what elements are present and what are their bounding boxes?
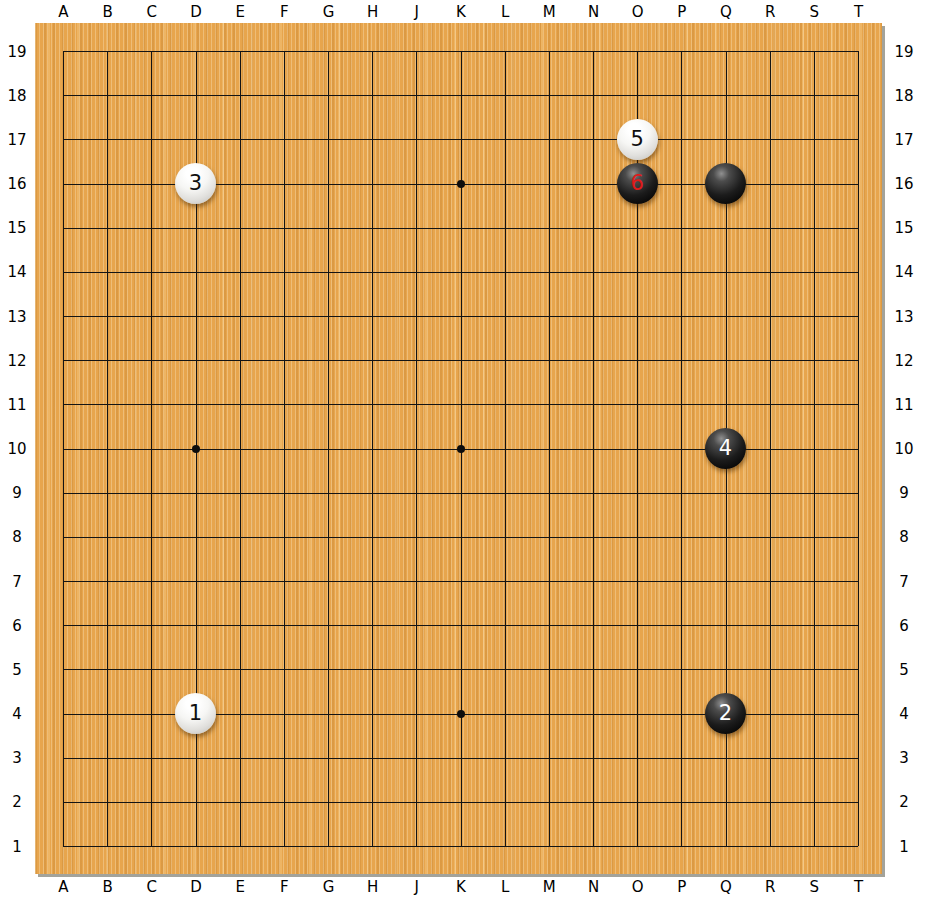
column-label-top-L: L <box>490 3 520 21</box>
column-label-bottom-F: F <box>269 878 299 896</box>
column-label-bottom-G: G <box>314 878 344 896</box>
stone-black-Q16[interactable] <box>705 163 746 204</box>
star-point-D10 <box>192 445 200 453</box>
grid-line-vertical <box>770 51 771 846</box>
row-label-left-6: 6 <box>1 617 33 635</box>
row-label-left-10: 10 <box>1 440 33 458</box>
column-label-top-R: R <box>755 3 785 21</box>
column-label-bottom-P: P <box>667 878 697 896</box>
stone-black-O16-move-6[interactable]: 6 <box>617 163 658 204</box>
grid-line-horizontal <box>63 493 858 494</box>
grid-line-horizontal <box>63 537 858 538</box>
column-label-top-K: K <box>446 3 476 21</box>
go-board[interactable]: 123456 <box>35 23 882 874</box>
row-label-right-4: 4 <box>888 705 920 723</box>
stone-white-D4-move-1[interactable]: 1 <box>175 693 216 734</box>
column-label-bottom-N: N <box>579 878 609 896</box>
column-label-bottom-E: E <box>225 878 255 896</box>
row-label-right-14: 14 <box>888 263 920 281</box>
column-label-top-M: M <box>534 3 564 21</box>
row-label-left-18: 18 <box>1 87 33 105</box>
column-label-bottom-Q: Q <box>711 878 741 896</box>
row-label-right-10: 10 <box>888 440 920 458</box>
star-point-K10 <box>457 445 465 453</box>
column-label-bottom-M: M <box>534 878 564 896</box>
grid-line-vertical <box>549 51 550 846</box>
row-label-right-5: 5 <box>888 661 920 679</box>
grid-line-horizontal <box>63 758 858 759</box>
column-label-bottom-D: D <box>181 878 211 896</box>
stone-black-Q10-move-4[interactable]: 4 <box>705 428 746 469</box>
row-label-left-13: 13 <box>1 308 33 326</box>
star-point-K4 <box>457 710 465 718</box>
row-label-right-3: 3 <box>888 749 920 767</box>
row-label-right-7: 7 <box>888 573 920 591</box>
column-label-bottom-H: H <box>358 878 388 896</box>
row-label-left-15: 15 <box>1 219 33 237</box>
column-label-bottom-L: L <box>490 878 520 896</box>
column-label-top-J: J <box>402 3 432 21</box>
column-label-top-Q: Q <box>711 3 741 21</box>
row-label-left-5: 5 <box>1 661 33 679</box>
grid-line-horizontal <box>63 802 858 803</box>
column-label-top-F: F <box>269 3 299 21</box>
grid-line-vertical <box>858 51 859 846</box>
row-label-right-12: 12 <box>888 352 920 370</box>
row-label-left-19: 19 <box>1 43 33 61</box>
row-label-left-3: 3 <box>1 749 33 767</box>
column-label-bottom-S: S <box>799 878 829 896</box>
row-label-right-8: 8 <box>888 528 920 546</box>
grid-line-vertical <box>681 51 682 846</box>
column-label-top-T: T <box>844 3 874 21</box>
column-label-top-D: D <box>181 3 211 21</box>
column-label-top-O: O <box>623 3 653 21</box>
row-label-left-9: 9 <box>1 484 33 502</box>
column-label-top-B: B <box>93 3 123 21</box>
column-label-bottom-K: K <box>446 878 476 896</box>
row-label-left-16: 16 <box>1 175 33 193</box>
row-label-left-8: 8 <box>1 528 33 546</box>
column-label-bottom-O: O <box>623 878 653 896</box>
grid-line-horizontal <box>63 581 858 582</box>
column-label-top-C: C <box>137 3 167 21</box>
row-label-right-18: 18 <box>888 87 920 105</box>
column-label-top-S: S <box>799 3 829 21</box>
grid-line-vertical <box>814 51 815 846</box>
row-label-right-15: 15 <box>888 219 920 237</box>
row-label-left-11: 11 <box>1 396 33 414</box>
row-label-left-17: 17 <box>1 131 33 149</box>
row-label-right-16: 16 <box>888 175 920 193</box>
row-label-right-1: 1 <box>888 838 920 856</box>
row-label-left-1: 1 <box>1 838 33 856</box>
column-label-bottom-R: R <box>755 878 785 896</box>
grid-line-horizontal <box>63 846 858 847</box>
board-grid[interactable]: 123456 <box>63 51 858 846</box>
column-label-bottom-J: J <box>402 878 432 896</box>
go-diagram: 123456 AABBCCDDEEFFGGHHJJKKLLMMNNOOPPQQR… <box>0 0 943 899</box>
column-label-bottom-A: A <box>49 878 79 896</box>
row-label-left-7: 7 <box>1 573 33 591</box>
stone-white-D16-move-3[interactable]: 3 <box>175 163 216 204</box>
column-label-bottom-T: T <box>844 878 874 896</box>
stone-black-Q4-move-2[interactable]: 2 <box>705 693 746 734</box>
row-label-left-12: 12 <box>1 352 33 370</box>
column-label-top-A: A <box>49 3 79 21</box>
grid-line-vertical <box>593 51 594 846</box>
column-label-top-E: E <box>225 3 255 21</box>
grid-line-vertical <box>505 51 506 846</box>
row-label-right-9: 9 <box>888 484 920 502</box>
grid-line-horizontal <box>63 625 858 626</box>
row-label-right-6: 6 <box>888 617 920 635</box>
grid-line-horizontal <box>63 669 858 670</box>
column-label-top-P: P <box>667 3 697 21</box>
star-point-K16 <box>457 180 465 188</box>
row-label-right-2: 2 <box>888 793 920 811</box>
row-label-right-13: 13 <box>888 308 920 326</box>
stone-white-O17-move-5[interactable]: 5 <box>617 119 658 160</box>
row-label-right-11: 11 <box>888 396 920 414</box>
column-label-top-N: N <box>579 3 609 21</box>
row-label-left-14: 14 <box>1 263 33 281</box>
column-label-top-G: G <box>314 3 344 21</box>
row-label-right-17: 17 <box>888 131 920 149</box>
row-label-left-2: 2 <box>1 793 33 811</box>
column-label-bottom-B: B <box>93 878 123 896</box>
column-label-bottom-C: C <box>137 878 167 896</box>
column-label-top-H: H <box>358 3 388 21</box>
row-label-left-4: 4 <box>1 705 33 723</box>
row-label-right-19: 19 <box>888 43 920 61</box>
